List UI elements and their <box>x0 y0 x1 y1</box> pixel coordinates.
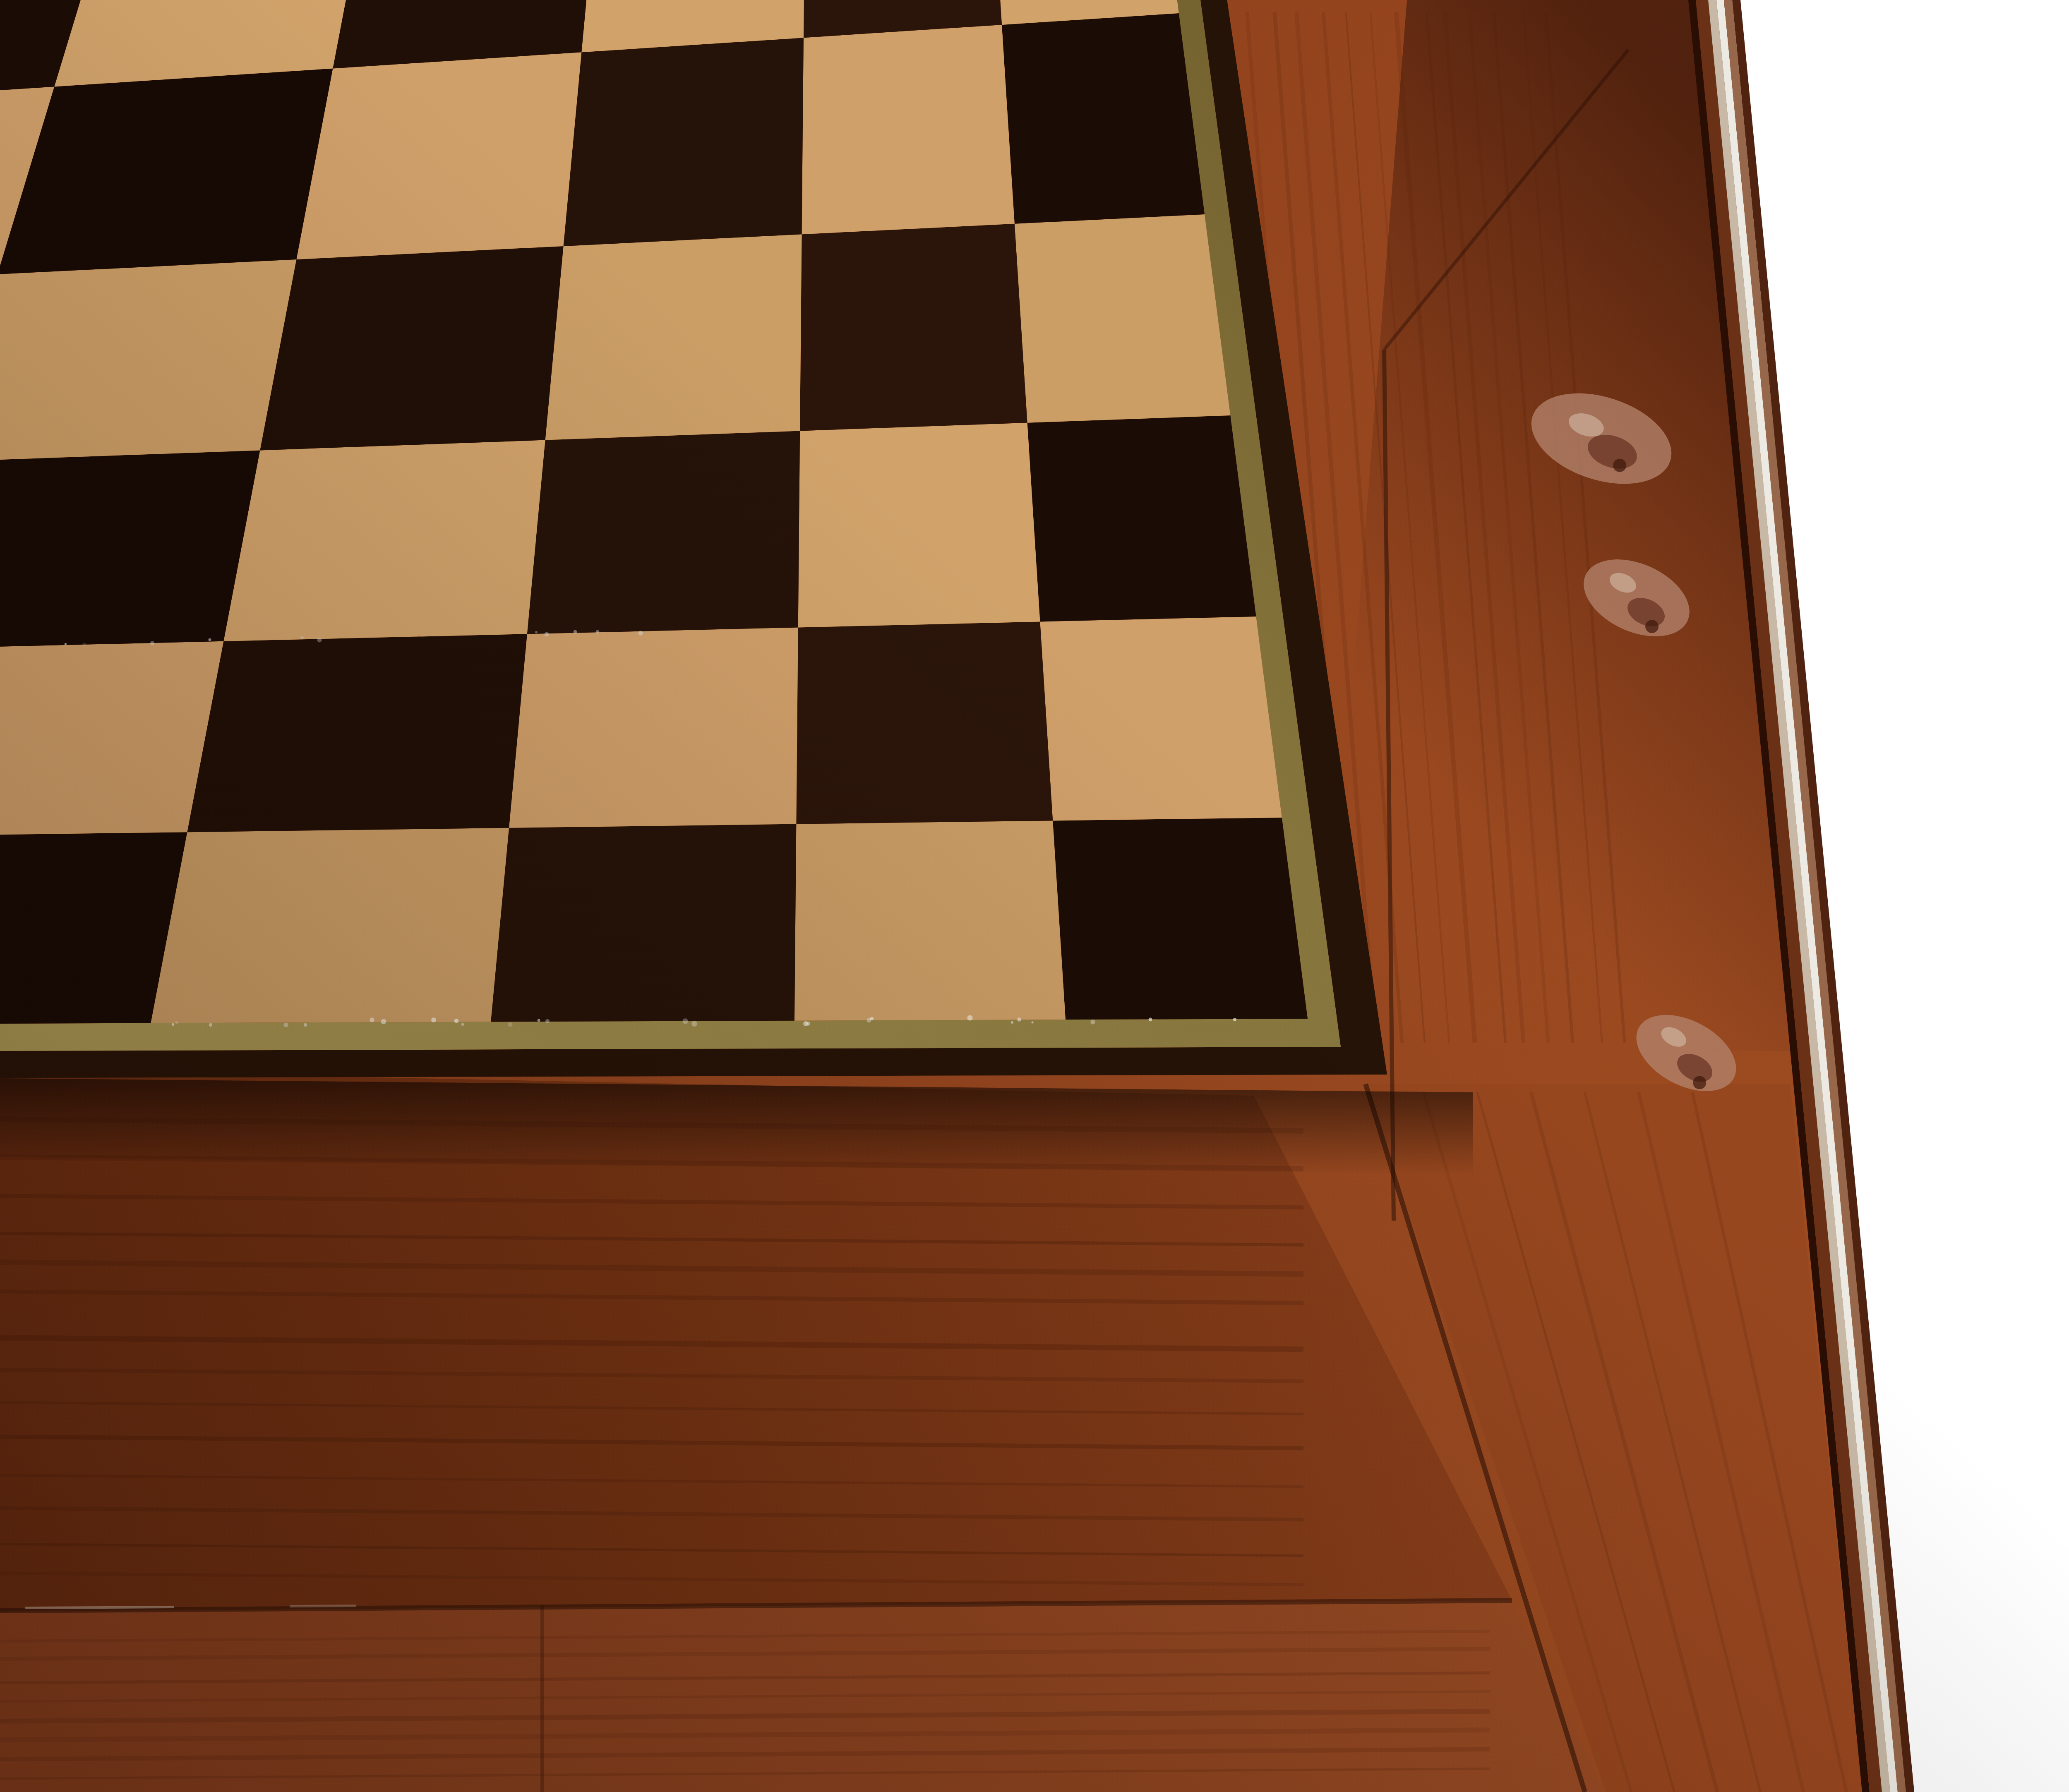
vignette <box>0 0 2069 1792</box>
games-table-photo <box>0 0 2069 1792</box>
photo-stage <box>0 0 2069 1792</box>
